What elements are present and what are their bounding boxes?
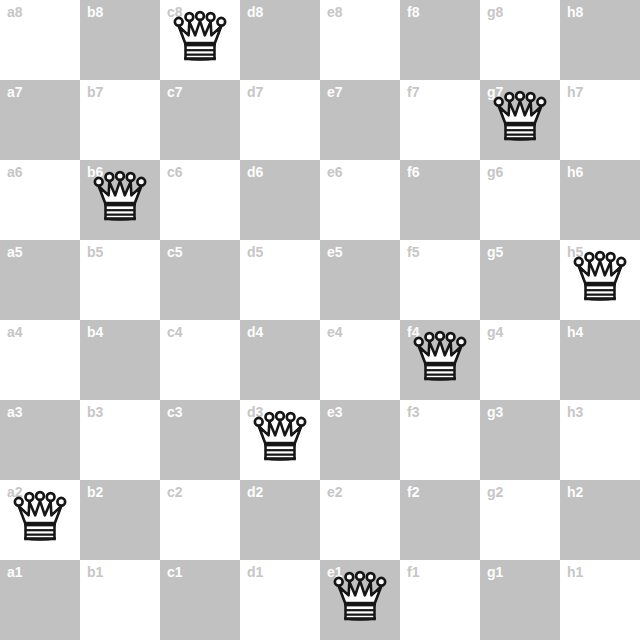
square-h7[interactable]: h7 <box>560 80 640 160</box>
square-coordinate-label: b1 <box>87 565 103 579</box>
square-coordinate-label: c1 <box>167 565 183 579</box>
white-queen[interactable] <box>171 9 229 67</box>
square-f6[interactable]: f6 <box>400 160 480 240</box>
white-queen[interactable] <box>331 569 389 627</box>
square-coordinate-label: f7 <box>407 85 419 99</box>
square-coordinate-label: b5 <box>87 245 103 259</box>
square-c7[interactable]: c7 <box>160 80 240 160</box>
square-d8[interactable]: d8 <box>240 0 320 80</box>
square-h5[interactable]: h5 <box>560 240 640 320</box>
square-coordinate-label: f8 <box>407 5 419 19</box>
square-a4[interactable]: a4 <box>0 320 80 400</box>
white-queen[interactable] <box>11 489 69 547</box>
white-queen[interactable] <box>571 249 629 307</box>
square-e6[interactable]: e6 <box>320 160 400 240</box>
square-coordinate-label: g5 <box>487 245 503 259</box>
square-coordinate-label: a4 <box>7 325 23 339</box>
square-coordinate-label: f1 <box>407 565 419 579</box>
square-coordinate-label: d5 <box>247 245 263 259</box>
square-coordinate-label: h2 <box>567 485 583 499</box>
square-coordinate-label: f5 <box>407 245 419 259</box>
square-coordinate-label: c6 <box>167 165 183 179</box>
square-g3[interactable]: g3 <box>480 400 560 480</box>
square-e2[interactable]: e2 <box>320 480 400 560</box>
square-b1[interactable]: b1 <box>80 560 160 640</box>
square-b6[interactable]: b6 <box>80 160 160 240</box>
square-a5[interactable]: a5 <box>0 240 80 320</box>
square-f5[interactable]: f5 <box>400 240 480 320</box>
square-coordinate-label: a5 <box>7 245 23 259</box>
square-coordinate-label: h3 <box>567 405 583 419</box>
square-coordinate-label: g6 <box>487 165 503 179</box>
square-coordinate-label: c2 <box>167 485 183 499</box>
square-a7[interactable]: a7 <box>0 80 80 160</box>
square-coordinate-label: d4 <box>247 325 263 339</box>
square-e1[interactable]: e1 <box>320 560 400 640</box>
square-coordinate-label: e2 <box>327 485 343 499</box>
square-coordinate-label: g2 <box>487 485 503 499</box>
square-coordinate-label: e6 <box>327 165 343 179</box>
square-coordinate-label: f2 <box>407 485 419 499</box>
square-b8[interactable]: b8 <box>80 0 160 80</box>
square-e8[interactable]: e8 <box>320 0 400 80</box>
square-e4[interactable]: e4 <box>320 320 400 400</box>
square-h3[interactable]: h3 <box>560 400 640 480</box>
square-coordinate-label: d8 <box>247 5 263 19</box>
square-coordinate-label: b8 <box>87 5 103 19</box>
square-d2[interactable]: d2 <box>240 480 320 560</box>
square-coordinate-label: c4 <box>167 325 183 339</box>
square-h4[interactable]: h4 <box>560 320 640 400</box>
square-coordinate-label: c5 <box>167 245 183 259</box>
square-coordinate-label: h7 <box>567 85 583 99</box>
square-e5[interactable]: e5 <box>320 240 400 320</box>
square-f1[interactable]: f1 <box>400 560 480 640</box>
square-coordinate-label: b4 <box>87 325 103 339</box>
square-coordinate-label: d7 <box>247 85 263 99</box>
square-f8[interactable]: f8 <box>400 0 480 80</box>
square-d4[interactable]: d4 <box>240 320 320 400</box>
square-g4[interactable]: g4 <box>480 320 560 400</box>
square-coordinate-label: d1 <box>247 565 263 579</box>
square-coordinate-label: h4 <box>567 325 583 339</box>
square-coordinate-label: h6 <box>567 165 583 179</box>
square-a8[interactable]: a8 <box>0 0 80 80</box>
square-coordinate-label: e3 <box>327 405 343 419</box>
square-c5[interactable]: c5 <box>160 240 240 320</box>
square-coordinate-label: a8 <box>7 5 23 19</box>
square-d6[interactable]: d6 <box>240 160 320 240</box>
square-c6[interactable]: c6 <box>160 160 240 240</box>
square-coordinate-label: a7 <box>7 85 23 99</box>
square-d3[interactable]: d3 <box>240 400 320 480</box>
square-f2[interactable]: f2 <box>400 480 480 560</box>
square-b7[interactable]: b7 <box>80 80 160 160</box>
square-c4[interactable]: c4 <box>160 320 240 400</box>
square-coordinate-label: e7 <box>327 85 343 99</box>
square-coordinate-label: e8 <box>327 5 343 19</box>
square-coordinate-label: d2 <box>247 485 263 499</box>
square-coordinate-label: e4 <box>327 325 343 339</box>
square-coordinate-label: f6 <box>407 165 419 179</box>
square-coordinate-label: g3 <box>487 405 503 419</box>
white-queen[interactable] <box>411 329 469 387</box>
square-c1[interactable]: c1 <box>160 560 240 640</box>
square-c2[interactable]: c2 <box>160 480 240 560</box>
square-coordinate-label: f3 <box>407 405 419 419</box>
square-g5[interactable]: g5 <box>480 240 560 320</box>
square-h2[interactable]: h2 <box>560 480 640 560</box>
white-queen[interactable] <box>491 89 549 147</box>
square-g1[interactable]: g1 <box>480 560 560 640</box>
square-coordinate-label: b3 <box>87 405 103 419</box>
square-g7[interactable]: g7 <box>480 80 560 160</box>
square-d7[interactable]: d7 <box>240 80 320 160</box>
square-b3[interactable]: b3 <box>80 400 160 480</box>
square-b4[interactable]: b4 <box>80 320 160 400</box>
square-g6[interactable]: g6 <box>480 160 560 240</box>
square-coordinate-label: a6 <box>7 165 23 179</box>
square-coordinate-label: d6 <box>247 165 263 179</box>
square-a1[interactable]: a1 <box>0 560 80 640</box>
square-f7[interactable]: f7 <box>400 80 480 160</box>
square-coordinate-label: a1 <box>7 565 23 579</box>
square-h8[interactable]: h8 <box>560 0 640 80</box>
square-g8[interactable]: g8 <box>480 0 560 80</box>
square-h6[interactable]: h6 <box>560 160 640 240</box>
square-f4[interactable]: f4 <box>400 320 480 400</box>
square-coordinate-label: e5 <box>327 245 343 259</box>
white-queen[interactable] <box>251 409 309 467</box>
square-e7[interactable]: e7 <box>320 80 400 160</box>
square-coordinate-label: a3 <box>7 405 23 419</box>
square-coordinate-label: b2 <box>87 485 103 499</box>
square-a2[interactable]: a2 <box>0 480 80 560</box>
square-c3[interactable]: c3 <box>160 400 240 480</box>
square-coordinate-label: g4 <box>487 325 503 339</box>
square-coordinate-label: b7 <box>87 85 103 99</box>
chess-board: a8b8c8d8e8f8g8h8a7b7c7d7e7f7g7h7a6b6c6d6… <box>0 0 640 640</box>
square-b2[interactable]: b2 <box>80 480 160 560</box>
white-queen[interactable] <box>91 169 149 227</box>
square-e3[interactable]: e3 <box>320 400 400 480</box>
square-f3[interactable]: f3 <box>400 400 480 480</box>
square-a6[interactable]: a6 <box>0 160 80 240</box>
square-b5[interactable]: b5 <box>80 240 160 320</box>
square-coordinate-label: h1 <box>567 565 583 579</box>
square-coordinate-label: g1 <box>487 565 503 579</box>
square-a3[interactable]: a3 <box>0 400 80 480</box>
square-coordinate-label: c3 <box>167 405 183 419</box>
square-g2[interactable]: g2 <box>480 480 560 560</box>
square-d1[interactable]: d1 <box>240 560 320 640</box>
square-coordinate-label: c7 <box>167 85 183 99</box>
square-coordinate-label: g8 <box>487 5 503 19</box>
square-d5[interactable]: d5 <box>240 240 320 320</box>
square-coordinate-label: h8 <box>567 5 583 19</box>
square-h1[interactable]: h1 <box>560 560 640 640</box>
square-c8[interactable]: c8 <box>160 0 240 80</box>
